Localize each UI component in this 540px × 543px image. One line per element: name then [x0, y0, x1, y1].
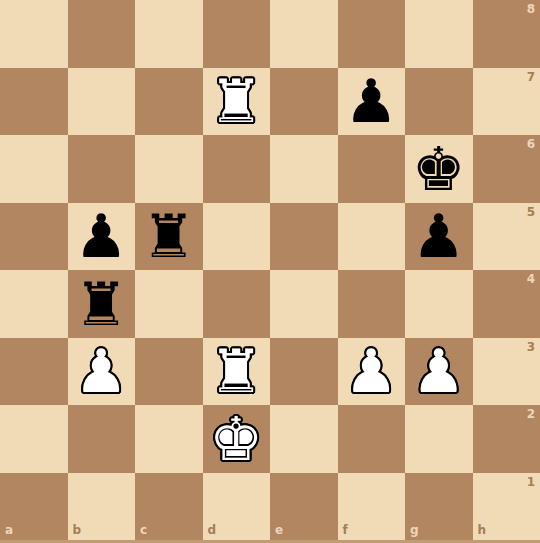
square-b6[interactable]: [68, 135, 136, 203]
file-label-d: d: [208, 524, 217, 536]
file-label-e: e: [275, 524, 283, 536]
file-label-f: f: [343, 524, 348, 536]
white-rook-d7[interactable]: ♜: [203, 68, 271, 136]
square-e7[interactable]: [270, 68, 338, 136]
square-c5[interactable]: ♜: [135, 203, 203, 271]
rank-label-4: 4: [527, 273, 535, 285]
square-c3[interactable]: [135, 338, 203, 406]
square-f2[interactable]: [338, 405, 406, 473]
square-a1[interactable]: a: [0, 473, 68, 541]
white-king-d2[interactable]: ♚: [203, 405, 271, 473]
square-d2[interactable]: ♚: [203, 405, 271, 473]
square-b8[interactable]: [68, 0, 136, 68]
square-b4[interactable]: ♜: [68, 270, 136, 338]
square-b5[interactable]: ♟: [68, 203, 136, 271]
square-a7[interactable]: [0, 68, 68, 136]
file-label-a: a: [5, 524, 13, 536]
square-a5[interactable]: [0, 203, 68, 271]
square-f3[interactable]: ♟: [338, 338, 406, 406]
square-c4[interactable]: [135, 270, 203, 338]
rank-label-3: 3: [527, 341, 535, 353]
square-a3[interactable]: [0, 338, 68, 406]
square-e3[interactable]: [270, 338, 338, 406]
square-a2[interactable]: [0, 405, 68, 473]
square-b1[interactable]: b: [68, 473, 136, 541]
square-a6[interactable]: [0, 135, 68, 203]
file-label-h: h: [478, 524, 487, 536]
square-g6[interactable]: ♚: [405, 135, 473, 203]
square-h1[interactable]: 1h: [473, 473, 540, 541]
square-g8[interactable]: [405, 0, 473, 68]
square-f4[interactable]: [338, 270, 406, 338]
square-e4[interactable]: [270, 270, 338, 338]
square-f1[interactable]: f: [338, 473, 406, 541]
square-d3[interactable]: ♜: [203, 338, 271, 406]
square-e6[interactable]: [270, 135, 338, 203]
square-f8[interactable]: [338, 0, 406, 68]
square-f6[interactable]: [338, 135, 406, 203]
file-label-c: c: [140, 524, 147, 536]
square-b3[interactable]: ♟: [68, 338, 136, 406]
square-g3[interactable]: ♟: [405, 338, 473, 406]
square-e2[interactable]: [270, 405, 338, 473]
square-d7[interactable]: ♜: [203, 68, 271, 136]
black-rook-c5[interactable]: ♜: [135, 203, 203, 271]
square-c7[interactable]: [135, 68, 203, 136]
square-a8[interactable]: [0, 0, 68, 68]
black-pawn-g5[interactable]: ♟: [405, 203, 473, 271]
rank-label-8: 8: [527, 3, 535, 15]
square-h5[interactable]: 5: [473, 203, 540, 271]
square-d6[interactable]: [203, 135, 271, 203]
square-g1[interactable]: g: [405, 473, 473, 541]
white-pawn-b3[interactable]: ♟: [68, 338, 136, 406]
black-rook-b4[interactable]: ♜: [68, 270, 136, 338]
square-h2[interactable]: 2: [473, 405, 540, 473]
square-f5[interactable]: [338, 203, 406, 271]
white-rook-d3[interactable]: ♜: [203, 338, 271, 406]
square-c2[interactable]: [135, 405, 203, 473]
square-e1[interactable]: e: [270, 473, 338, 541]
square-c6[interactable]: [135, 135, 203, 203]
square-h8[interactable]: 8: [473, 0, 540, 68]
square-g4[interactable]: [405, 270, 473, 338]
square-g7[interactable]: [405, 68, 473, 136]
square-e5[interactable]: [270, 203, 338, 271]
white-pawn-g3[interactable]: ♟: [405, 338, 473, 406]
square-e8[interactable]: [270, 0, 338, 68]
black-pawn-b5[interactable]: ♟: [68, 203, 136, 271]
square-c8[interactable]: [135, 0, 203, 68]
square-h4[interactable]: 4: [473, 270, 540, 338]
black-king-g6[interactable]: ♚: [405, 135, 473, 203]
rank-label-6: 6: [527, 138, 535, 150]
square-d4[interactable]: [203, 270, 271, 338]
file-label-g: g: [410, 524, 419, 536]
chess-board: 8♜♟7♚6♟♜♟5♜4♟♜♟♟3♚2abcdefg1h: [0, 0, 540, 543]
board-grid: 8♜♟7♚6♟♜♟5♜4♟♜♟♟3♚2abcdefg1h: [0, 0, 540, 540]
square-h6[interactable]: 6: [473, 135, 540, 203]
square-b2[interactable]: [68, 405, 136, 473]
square-h3[interactable]: 3: [473, 338, 540, 406]
square-g5[interactable]: ♟: [405, 203, 473, 271]
rank-label-2: 2: [527, 408, 535, 420]
square-b7[interactable]: [68, 68, 136, 136]
file-label-b: b: [73, 524, 82, 536]
square-d5[interactable]: [203, 203, 271, 271]
square-h7[interactable]: 7: [473, 68, 540, 136]
rank-label-7: 7: [527, 71, 535, 83]
square-d8[interactable]: [203, 0, 271, 68]
white-pawn-f3[interactable]: ♟: [338, 338, 406, 406]
rank-label-5: 5: [527, 206, 535, 218]
rank-label-1: 1: [527, 476, 535, 488]
square-f7[interactable]: ♟: [338, 68, 406, 136]
square-c1[interactable]: c: [135, 473, 203, 541]
square-a4[interactable]: [0, 270, 68, 338]
black-pawn-f7[interactable]: ♟: [338, 68, 406, 136]
square-d1[interactable]: d: [203, 473, 271, 541]
square-g2[interactable]: [405, 405, 473, 473]
